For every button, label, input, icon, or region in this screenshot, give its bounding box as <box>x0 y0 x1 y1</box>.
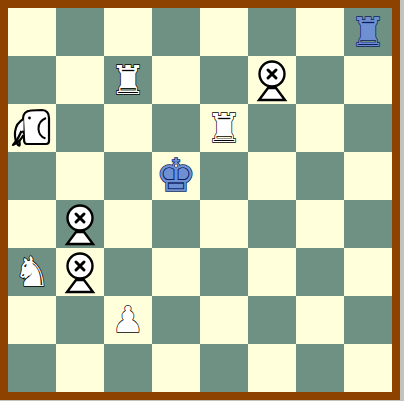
square-b6[interactable] <box>56 104 104 152</box>
square-d1[interactable] <box>152 344 200 392</box>
square-a2[interactable] <box>8 296 56 344</box>
square-b8[interactable] <box>56 8 104 56</box>
square-f2[interactable] <box>248 296 296 344</box>
white-rook-glyph: ♜ <box>206 104 242 152</box>
square-b4[interactable] <box>56 200 104 248</box>
square-h5[interactable] <box>344 152 392 200</box>
piece-black-king[interactable]: ♚ <box>152 152 200 200</box>
square-h4[interactable] <box>344 200 392 248</box>
square-f6[interactable] <box>248 104 296 152</box>
square-h3[interactable] <box>344 248 392 296</box>
square-e2[interactable] <box>200 296 248 344</box>
square-a1[interactable] <box>8 344 56 392</box>
square-b2[interactable] <box>56 296 104 344</box>
square-e7[interactable] <box>200 56 248 104</box>
square-e4[interactable] <box>200 200 248 248</box>
fers-circle-x-icon <box>251 58 293 102</box>
square-h6[interactable] <box>344 104 392 152</box>
square-a3[interactable]: ♞ <box>8 248 56 296</box>
square-d2[interactable] <box>152 296 200 344</box>
square-f8[interactable] <box>248 8 296 56</box>
piece-white-fers[interactable] <box>56 248 104 296</box>
square-d7[interactable] <box>152 56 200 104</box>
fers-circle-x-icon <box>59 202 101 246</box>
square-a6[interactable] <box>8 104 56 152</box>
chess-board: ♜♜♜♚♞♟ <box>8 8 392 392</box>
square-h1[interactable] <box>344 344 392 392</box>
square-f7[interactable] <box>248 56 296 104</box>
square-g4[interactable] <box>296 200 344 248</box>
square-d6[interactable] <box>152 104 200 152</box>
white-pawn-glyph: ♟ <box>112 296 144 344</box>
piece-white-fers[interactable] <box>56 200 104 248</box>
square-c7[interactable]: ♜ <box>104 56 152 104</box>
square-e5[interactable] <box>200 152 248 200</box>
square-c3[interactable] <box>104 248 152 296</box>
piece-white-elephant[interactable] <box>8 104 56 152</box>
square-c6[interactable] <box>104 104 152 152</box>
square-e8[interactable] <box>200 8 248 56</box>
square-h8[interactable]: ♜ <box>344 8 392 56</box>
square-g3[interactable] <box>296 248 344 296</box>
square-b7[interactable] <box>56 56 104 104</box>
square-a5[interactable] <box>8 152 56 200</box>
square-g7[interactable] <box>296 56 344 104</box>
square-c1[interactable] <box>104 344 152 392</box>
square-e3[interactable] <box>200 248 248 296</box>
piece-white-knight[interactable]: ♞ <box>8 248 56 296</box>
square-d4[interactable] <box>152 200 200 248</box>
square-g2[interactable] <box>296 296 344 344</box>
white-rook-glyph: ♜ <box>110 56 146 104</box>
square-h7[interactable] <box>344 56 392 104</box>
square-g1[interactable] <box>296 344 344 392</box>
black-king-glyph: ♚ <box>156 152 196 200</box>
elephant-icon <box>10 106 54 150</box>
square-g6[interactable] <box>296 104 344 152</box>
white-knight-glyph: ♞ <box>14 248 51 296</box>
square-d3[interactable] <box>152 248 200 296</box>
square-g5[interactable] <box>296 152 344 200</box>
square-c2[interactable]: ♟ <box>104 296 152 344</box>
square-d8[interactable] <box>152 8 200 56</box>
piece-white-rook[interactable]: ♜ <box>104 56 152 104</box>
piece-white-pawn[interactable]: ♟ <box>104 296 152 344</box>
square-a7[interactable] <box>8 56 56 104</box>
square-f5[interactable] <box>248 152 296 200</box>
piece-black-rook[interactable]: ♜ <box>344 8 392 56</box>
square-e6[interactable]: ♜ <box>200 104 248 152</box>
square-e1[interactable] <box>200 344 248 392</box>
square-a4[interactable] <box>8 200 56 248</box>
square-c4[interactable] <box>104 200 152 248</box>
square-a8[interactable] <box>8 8 56 56</box>
square-f1[interactable] <box>248 344 296 392</box>
square-c8[interactable] <box>104 8 152 56</box>
fers-circle-x-icon <box>59 250 101 294</box>
square-f3[interactable] <box>248 248 296 296</box>
square-c5[interactable] <box>104 152 152 200</box>
black-rook-glyph: ♜ <box>350 8 386 56</box>
square-d5[interactable]: ♚ <box>152 152 200 200</box>
square-g8[interactable] <box>296 8 344 56</box>
square-b5[interactable] <box>56 152 104 200</box>
square-h2[interactable] <box>344 296 392 344</box>
board-frame: ♜♜♜♚♞♟ <box>0 0 400 400</box>
piece-white-rook[interactable]: ♜ <box>200 104 248 152</box>
piece-white-fers[interactable] <box>248 56 296 104</box>
square-b1[interactable] <box>56 344 104 392</box>
square-f4[interactable] <box>248 200 296 248</box>
square-b3[interactable] <box>56 248 104 296</box>
